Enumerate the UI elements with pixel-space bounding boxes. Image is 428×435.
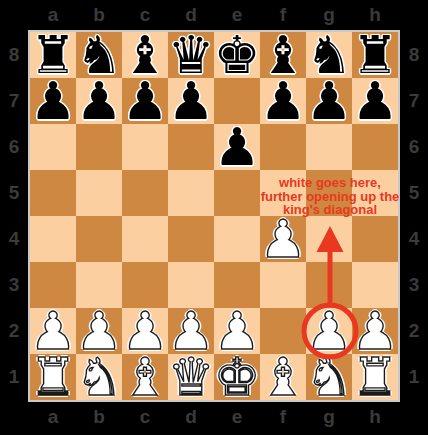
rank-label-8: 8 bbox=[0, 32, 28, 78]
square-h1[interactable]: ♜ bbox=[352, 354, 398, 400]
square-b4[interactable] bbox=[76, 216, 122, 262]
square-d4[interactable] bbox=[168, 216, 214, 262]
board: ♜♞♝♛♚♝♞♜♟♟♟♟♟♟♟♟♟♟♟♟♟♟♟♟♜♞♝♛♚♝♞♜ bbox=[30, 32, 398, 400]
black-pawn-a7[interactable]: ♟ bbox=[30, 78, 77, 124]
chess-diagram: abcdefgh abcdefgh 87654321 87654321 ♜♞♝♛… bbox=[0, 0, 428, 435]
square-c1[interactable]: ♝ bbox=[122, 354, 168, 400]
square-g4[interactable] bbox=[306, 216, 352, 262]
square-f4[interactable]: ♟ bbox=[260, 216, 306, 262]
rank-label-6: 6 bbox=[0, 124, 28, 170]
square-h6[interactable] bbox=[352, 124, 398, 170]
square-b7[interactable]: ♟ bbox=[76, 78, 122, 124]
square-g7[interactable]: ♟ bbox=[306, 78, 352, 124]
square-g5[interactable] bbox=[306, 170, 352, 216]
rank-label-8: 8 bbox=[400, 32, 428, 78]
square-b5[interactable] bbox=[76, 170, 122, 216]
square-d1[interactable]: ♛ bbox=[168, 354, 214, 400]
black-king-e8[interactable]: ♚ bbox=[214, 32, 261, 78]
square-c6[interactable] bbox=[122, 124, 168, 170]
square-c5[interactable] bbox=[122, 170, 168, 216]
rank-label-7: 7 bbox=[400, 78, 428, 124]
square-a7[interactable]: ♟ bbox=[30, 78, 76, 124]
square-e1[interactable]: ♚ bbox=[214, 354, 260, 400]
square-f7[interactable]: ♟ bbox=[260, 78, 306, 124]
rank-label-5: 5 bbox=[400, 170, 428, 216]
rank-label-6: 6 bbox=[400, 124, 428, 170]
square-d5[interactable] bbox=[168, 170, 214, 216]
square-a4[interactable] bbox=[30, 216, 76, 262]
rank-labels-left: 87654321 bbox=[0, 32, 28, 400]
square-a5[interactable] bbox=[30, 170, 76, 216]
square-h5[interactable] bbox=[352, 170, 398, 216]
rank-labels-right: 87654321 bbox=[400, 32, 428, 400]
square-h7[interactable]: ♟ bbox=[352, 78, 398, 124]
white-bishop-f1[interactable]: ♝ bbox=[260, 354, 307, 400]
white-rook-a1[interactable]: ♜ bbox=[30, 354, 77, 400]
square-a1[interactable]: ♜ bbox=[30, 354, 76, 400]
white-bishop-c1[interactable]: ♝ bbox=[122, 354, 169, 400]
rank-label-2: 2 bbox=[400, 308, 428, 354]
black-pawn-b7[interactable]: ♟ bbox=[76, 78, 123, 124]
white-knight-b1[interactable]: ♞ bbox=[76, 354, 123, 400]
square-b6[interactable] bbox=[76, 124, 122, 170]
rank-label-4: 4 bbox=[0, 216, 28, 262]
square-f6[interactable] bbox=[260, 124, 306, 170]
white-pawn-f4[interactable]: ♟ bbox=[260, 216, 307, 262]
rank-label-1: 1 bbox=[0, 354, 28, 400]
rank-label-2: 2 bbox=[0, 308, 28, 354]
square-a6[interactable] bbox=[30, 124, 76, 170]
square-d6[interactable] bbox=[168, 124, 214, 170]
square-g1[interactable]: ♞ bbox=[306, 354, 352, 400]
square-f1[interactable]: ♝ bbox=[260, 354, 306, 400]
rank-label-7: 7 bbox=[0, 78, 28, 124]
black-pawn-f7[interactable]: ♟ bbox=[260, 78, 307, 124]
black-pawn-e6[interactable]: ♟ bbox=[214, 124, 261, 170]
square-c4[interactable] bbox=[122, 216, 168, 262]
black-pawn-g7[interactable]: ♟ bbox=[306, 78, 353, 124]
white-queen-d1[interactable]: ♛ bbox=[168, 354, 215, 400]
rank-label-3: 3 bbox=[0, 262, 28, 308]
square-d7[interactable]: ♟ bbox=[168, 78, 214, 124]
black-pawn-d7[interactable]: ♟ bbox=[168, 78, 215, 124]
square-c7[interactable]: ♟ bbox=[122, 78, 168, 124]
white-rook-h1[interactable]: ♜ bbox=[352, 354, 399, 400]
black-pawn-h7[interactable]: ♟ bbox=[352, 78, 399, 124]
square-g6[interactable] bbox=[306, 124, 352, 170]
square-b1[interactable]: ♞ bbox=[76, 354, 122, 400]
square-e5[interactable] bbox=[214, 170, 260, 216]
black-pawn-c7[interactable]: ♟ bbox=[122, 78, 169, 124]
board-frame: ♜♞♝♛♚♝♞♜♟♟♟♟♟♟♟♟♟♟♟♟♟♟♟♟♜♞♝♛♚♝♞♜ bbox=[28, 30, 400, 402]
rank-label-3: 3 bbox=[400, 262, 428, 308]
square-e6[interactable]: ♟ bbox=[214, 124, 260, 170]
white-knight-g1[interactable]: ♞ bbox=[306, 354, 353, 400]
rank-label-5: 5 bbox=[0, 170, 28, 216]
square-e8[interactable]: ♚ bbox=[214, 32, 260, 78]
rank-label-1: 1 bbox=[400, 354, 428, 400]
square-f3[interactable] bbox=[260, 262, 306, 308]
rank-label-4: 4 bbox=[400, 216, 428, 262]
square-e4[interactable] bbox=[214, 216, 260, 262]
square-h4[interactable] bbox=[352, 216, 398, 262]
white-king-e1[interactable]: ♚ bbox=[214, 354, 261, 400]
